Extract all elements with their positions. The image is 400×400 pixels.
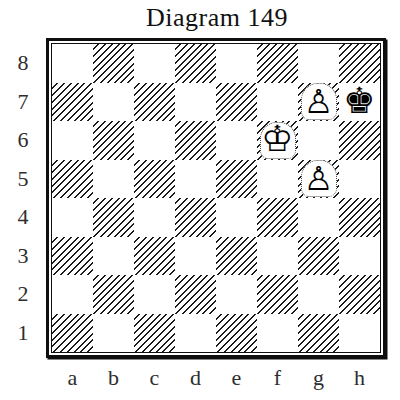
- diagram-title: Diagram 149: [46, 0, 388, 36]
- rank-label-8: 8: [8, 44, 38, 83]
- square-b6: [93, 121, 134, 160]
- square-d4: [175, 198, 216, 237]
- square-f8: [257, 44, 298, 83]
- square-a4: [52, 198, 93, 237]
- square-f6: ♔: [257, 121, 298, 160]
- square-b4: [93, 198, 134, 237]
- square-b3: [93, 237, 134, 276]
- chess-board-frame: ♙♚♔♙: [46, 38, 386, 358]
- black-king: ♚: [343, 83, 375, 119]
- square-b5: [93, 160, 134, 199]
- square-f5: [257, 160, 298, 199]
- file-label-f: f: [257, 360, 298, 396]
- square-h7: ♚: [339, 83, 380, 122]
- square-g2: [298, 275, 339, 314]
- square-c7: [134, 83, 175, 122]
- square-h8: [339, 44, 380, 83]
- square-g8: [298, 44, 339, 83]
- square-e7: [216, 83, 257, 122]
- rank-label-7: 7: [8, 83, 38, 122]
- white-pawn: ♙: [304, 162, 334, 195]
- rank-label-2: 2: [8, 275, 38, 314]
- file-label-d: d: [175, 360, 216, 396]
- rank-labels: 87654321: [8, 44, 38, 352]
- square-e3: [216, 237, 257, 276]
- square-g5: ♙: [298, 160, 339, 199]
- square-h4: [339, 198, 380, 237]
- square-e2: [216, 275, 257, 314]
- rank-label-5: 5: [8, 160, 38, 199]
- white-pawn: ♙: [304, 85, 334, 118]
- file-label-h: h: [339, 360, 380, 396]
- square-g4: [298, 198, 339, 237]
- square-d5: [175, 160, 216, 199]
- piece-halo: ♙: [301, 160, 337, 197]
- square-d1: [175, 314, 216, 353]
- piece-halo: ♔: [260, 122, 296, 159]
- square-a1: [52, 314, 93, 353]
- rank-label-6: 6: [8, 121, 38, 160]
- square-e1: [216, 314, 257, 353]
- file-label-e: e: [216, 360, 257, 396]
- square-c2: [134, 275, 175, 314]
- square-f4: [257, 198, 298, 237]
- square-b8: [93, 44, 134, 83]
- file-label-a: a: [52, 360, 93, 396]
- square-g6: [298, 121, 339, 160]
- square-f7: [257, 83, 298, 122]
- square-h3: [339, 237, 380, 276]
- square-d8: [175, 44, 216, 83]
- square-a6: [52, 121, 93, 160]
- square-b1: [93, 314, 134, 353]
- square-g1: [298, 314, 339, 353]
- file-label-g: g: [298, 360, 339, 396]
- rank-label-3: 3: [8, 237, 38, 276]
- square-b2: [93, 275, 134, 314]
- square-h1: [339, 314, 380, 353]
- file-label-c: c: [134, 360, 175, 396]
- piece-halo: ♙: [301, 83, 337, 120]
- rank-label-1: 1: [8, 314, 38, 353]
- square-c5: [134, 160, 175, 199]
- square-h6: [339, 121, 380, 160]
- square-c8: [134, 44, 175, 83]
- square-e8: [216, 44, 257, 83]
- square-d6: [175, 121, 216, 160]
- square-d7: [175, 83, 216, 122]
- square-h5: [339, 160, 380, 199]
- white-king: ♔: [261, 121, 293, 157]
- square-c3: [134, 237, 175, 276]
- rank-label-4: 4: [8, 198, 38, 237]
- square-h2: [339, 275, 380, 314]
- square-d3: [175, 237, 216, 276]
- square-e4: [216, 198, 257, 237]
- square-a7: [52, 83, 93, 122]
- square-e5: [216, 160, 257, 199]
- square-a8: [52, 44, 93, 83]
- square-e6: [216, 121, 257, 160]
- square-f1: [257, 314, 298, 353]
- chess-board: ♙♚♔♙: [51, 43, 381, 353]
- square-g3: [298, 237, 339, 276]
- square-c6: [134, 121, 175, 160]
- square-a3: [52, 237, 93, 276]
- square-c4: [134, 198, 175, 237]
- square-f3: [257, 237, 298, 276]
- file-label-b: b: [93, 360, 134, 396]
- square-a2: [52, 275, 93, 314]
- file-labels: abcdefgh: [52, 360, 380, 396]
- square-f2: [257, 275, 298, 314]
- square-d2: [175, 275, 216, 314]
- square-c1: [134, 314, 175, 353]
- square-b7: [93, 83, 134, 122]
- square-g7: ♙: [298, 83, 339, 122]
- square-a5: [52, 160, 93, 199]
